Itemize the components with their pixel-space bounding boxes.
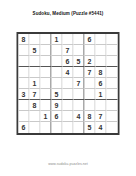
sudoku-cell bbox=[52, 56, 63, 67]
sudoku-cell bbox=[85, 45, 96, 56]
sudoku-cell bbox=[107, 45, 118, 56]
sudoku-cell: 6 bbox=[85, 34, 96, 45]
sudoku-cell bbox=[63, 122, 74, 133]
sudoku-cell: 6 bbox=[96, 78, 107, 89]
sudoku-cell bbox=[107, 34, 118, 45]
sudoku-cell: 1 bbox=[96, 89, 107, 100]
sudoku-cell: 5 bbox=[52, 89, 63, 100]
sudoku-cell bbox=[52, 45, 63, 56]
sudoku-cell: 5 bbox=[85, 122, 96, 133]
sudoku-cell bbox=[107, 100, 118, 111]
sudoku-cell bbox=[63, 111, 74, 122]
sudoku-cell bbox=[63, 89, 74, 100]
sudoku-cell: 5 bbox=[74, 56, 85, 67]
sudoku-cell bbox=[63, 78, 74, 89]
page-title: Sudoku, Medium (Puzzle #5441) bbox=[0, 11, 136, 16]
sudoku-cell bbox=[41, 67, 52, 78]
sudoku-cell: 1 bbox=[30, 78, 41, 89]
sudoku-cell bbox=[30, 111, 41, 122]
sudoku-cell bbox=[52, 122, 63, 133]
sudoku-cell: 6 bbox=[19, 122, 30, 133]
sudoku-cell bbox=[107, 122, 118, 133]
sudoku-cell bbox=[52, 78, 63, 89]
sudoku-cell bbox=[41, 56, 52, 67]
sudoku-cell: 7 bbox=[96, 111, 107, 122]
sudoku-cell: 4 bbox=[74, 111, 85, 122]
sudoku-cell bbox=[41, 100, 52, 111]
sudoku-cell bbox=[30, 56, 41, 67]
sudoku-cell bbox=[107, 78, 118, 89]
sudoku-cell bbox=[74, 100, 85, 111]
sudoku-cell bbox=[52, 67, 63, 78]
sudoku-cell: 1 bbox=[52, 34, 63, 45]
sudoku-cell bbox=[74, 34, 85, 45]
sudoku-grid: 8165765247817637518916487654 bbox=[17, 32, 120, 135]
sudoku-cell: 7 bbox=[63, 45, 74, 56]
sudoku-cell bbox=[19, 111, 30, 122]
sudoku-cell bbox=[107, 56, 118, 67]
sudoku-cell: 3 bbox=[19, 89, 30, 100]
sudoku-cell bbox=[74, 89, 85, 100]
sudoku-cell bbox=[30, 34, 41, 45]
sudoku-cell bbox=[19, 78, 30, 89]
sudoku-cell bbox=[96, 45, 107, 56]
sudoku-cell: 6 bbox=[52, 111, 63, 122]
sudoku-cell: 7 bbox=[74, 78, 85, 89]
sudoku-cell: 8 bbox=[85, 111, 96, 122]
sudoku-cell bbox=[19, 100, 30, 111]
sudoku-cell bbox=[41, 34, 52, 45]
sudoku-cell bbox=[96, 56, 107, 67]
sudoku-cell: 9 bbox=[52, 100, 63, 111]
sudoku-cell bbox=[107, 89, 118, 100]
sudoku-cell bbox=[85, 100, 96, 111]
sudoku-cell: 7 bbox=[30, 89, 41, 100]
sudoku-cell bbox=[74, 122, 85, 133]
sudoku-cell bbox=[107, 111, 118, 122]
sudoku-cell bbox=[107, 67, 118, 78]
sudoku-cell: 8 bbox=[19, 34, 30, 45]
sudoku-cell: 5 bbox=[30, 45, 41, 56]
sudoku-cell bbox=[74, 45, 85, 56]
sudoku-cell: 1 bbox=[41, 111, 52, 122]
sudoku-cell bbox=[74, 67, 85, 78]
sudoku-cell: 4 bbox=[96, 122, 107, 133]
sudoku-cell bbox=[19, 67, 30, 78]
sudoku-cell bbox=[63, 34, 74, 45]
sudoku-cell bbox=[19, 56, 30, 67]
sudoku-cell: 7 bbox=[85, 67, 96, 78]
sudoku-cell bbox=[63, 100, 74, 111]
sudoku-cell bbox=[85, 78, 96, 89]
page-footer-url: www.sudoku-puzzles.net bbox=[0, 162, 136, 166]
sudoku-cell bbox=[30, 122, 41, 133]
sudoku-cell: 8 bbox=[96, 67, 107, 78]
sudoku-cell bbox=[96, 34, 107, 45]
sudoku-cell bbox=[19, 45, 30, 56]
sudoku-cell: 6 bbox=[63, 56, 74, 67]
sudoku-cell: 4 bbox=[63, 67, 74, 78]
sudoku-cell bbox=[85, 89, 96, 100]
sudoku-cell: 2 bbox=[85, 56, 96, 67]
sudoku-cell bbox=[41, 78, 52, 89]
sudoku-cell bbox=[96, 100, 107, 111]
sudoku-cell: 8 bbox=[30, 100, 41, 111]
sudoku-cell bbox=[41, 89, 52, 100]
sudoku-cell bbox=[30, 67, 41, 78]
sudoku-cell bbox=[41, 45, 52, 56]
sudoku-cell bbox=[41, 122, 52, 133]
